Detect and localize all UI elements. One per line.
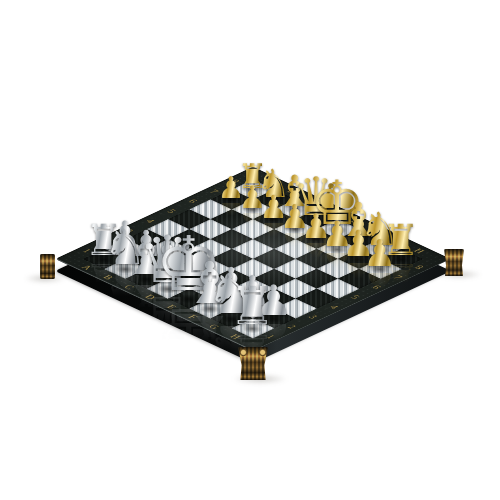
board-foot-west [40,254,55,279]
board-foot-south [238,347,268,380]
piece-reflection: ♟ [363,267,396,304]
piece-white-rook: ♜♜ [232,318,274,338]
white-rook-glyph: ♜ [229,280,276,332]
piece-black-pawn: ♟♟ [359,259,401,279]
board-foot-east [444,249,464,276]
chess-set-photo: AA88BB77CC66DD55EE44FF33GG22HH11 ♜♜♞♞♝♝♛… [0,0,500,500]
pieces-layer: ♜♜♞♞♝♝♛♛♚♚♝♝♞♞♜♜♟♟♟♟♟♟♟♟♟♟♟♟♟♟♟♟♟♟♟♟♟♟♟♟… [55,167,451,352]
foot-volutes-icon [238,347,268,359]
